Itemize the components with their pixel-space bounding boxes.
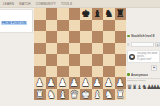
square-g3[interactable] — [103, 66, 115, 78]
opponent-name[interactable]: Stockfish level 8 — [131, 34, 155, 38]
square-e1[interactable]: ♚ — [80, 89, 92, 101]
square-c5[interactable] — [57, 43, 69, 55]
page: LEARNWATCHCOMMUNITYTOOLS FROM POSITION ♚… — [0, 0, 160, 106]
white-pawn[interactable]: ♟ — [58, 77, 67, 88]
square-a4[interactable] — [34, 54, 46, 66]
square-a7[interactable] — [34, 20, 46, 32]
white-king[interactable]: ♚ — [81, 89, 90, 100]
square-c3[interactable] — [57, 66, 69, 78]
right-panel: Stockfish level 8 ≡ ⇅ ♚ You play the whi… — [127, 8, 160, 106]
square-e8[interactable]: ♚ — [80, 8, 92, 20]
captured-pieces-tray: ♛♜♝♞♟♟♟♟♟♟♟♟ — [127, 82, 160, 91]
square-b1[interactable]: ♞ — [46, 89, 58, 101]
square-c1[interactable]: ♝ — [57, 89, 69, 101]
square-c2[interactable]: ♟ — [57, 77, 69, 89]
square-h6[interactable] — [115, 31, 127, 43]
square-c6[interactable] — [57, 31, 69, 43]
square-d3[interactable] — [69, 66, 81, 78]
white-queen[interactable]: ♛ — [70, 89, 79, 100]
square-d8[interactable] — [69, 8, 81, 20]
square-a2[interactable]: ♟ — [34, 77, 46, 89]
white-knight[interactable]: ♞ — [104, 89, 113, 100]
square-d6[interactable] — [69, 31, 81, 43]
square-h3[interactable] — [115, 66, 127, 78]
left-panel: FROM POSITION — [0, 9, 33, 33]
square-b2[interactable]: ♟ — [46, 77, 58, 89]
square-h4[interactable] — [115, 54, 127, 66]
square-e3[interactable] — [80, 66, 92, 78]
chess-board[interactable]: ♚♝♞♜♟♟♟♟♟♟♟♟♜♞♝♛♚♝♞♜ — [34, 8, 126, 100]
square-h2[interactable]: ♟ — [115, 77, 127, 89]
square-h8[interactable]: ♜ — [115, 8, 127, 20]
square-g7[interactable] — [103, 20, 115, 32]
black-bishop[interactable]: ♝ — [93, 8, 102, 19]
white-pawn[interactable]: ♟ — [81, 77, 90, 88]
black-king[interactable]: ♚ — [81, 8, 90, 19]
square-f8[interactable]: ♝ — [92, 8, 104, 20]
white-pawn[interactable]: ♟ — [47, 77, 56, 88]
white-pawn[interactable]: ♟ — [70, 77, 79, 88]
white-pawn[interactable]: ♟ — [104, 77, 113, 88]
square-b5[interactable] — [46, 43, 58, 55]
square-c4[interactable] — [57, 54, 69, 66]
player-name[interactable]: Anonymous — [131, 73, 148, 77]
square-b3[interactable] — [46, 66, 58, 78]
square-f1[interactable]: ♝ — [92, 89, 104, 101]
opponent-row: Stockfish level 8 — [127, 33, 160, 39]
black-knight[interactable]: ♞ — [104, 8, 113, 19]
square-b7[interactable] — [46, 20, 58, 32]
player-row: Anonymous — [127, 72, 160, 77]
square-h1[interactable]: ♜ — [115, 89, 127, 101]
square-d4[interactable] — [69, 54, 81, 66]
square-f6[interactable] — [92, 31, 104, 43]
square-a5[interactable] — [34, 43, 46, 55]
square-f7[interactable] — [92, 20, 104, 32]
square-g8[interactable]: ♞ — [103, 8, 115, 20]
black-king-icon: ♚ — [129, 54, 135, 60]
square-d2[interactable]: ♟ — [69, 77, 81, 89]
square-f5[interactable] — [92, 43, 104, 55]
captured-piece-icon: ♟ — [158, 83, 160, 91]
move-list[interactable] — [131, 42, 154, 47]
square-g1[interactable]: ♞ — [103, 89, 115, 101]
square-e7[interactable] — [80, 20, 92, 32]
flip-board-button[interactable]: ⇅ — [155, 42, 160, 47]
game-message-card: ♚ You play the white pieces. It's your t… — [127, 50, 160, 63]
square-b4[interactable] — [46, 54, 58, 66]
square-f3[interactable] — [92, 66, 104, 78]
nav-item-watch[interactable]: WATCH — [19, 2, 31, 6]
move-controls: ≡ ⇅ — [127, 41, 160, 48]
square-e5[interactable] — [80, 43, 92, 55]
white-knight[interactable]: ♞ — [47, 89, 56, 100]
square-c8[interactable] — [57, 8, 69, 20]
square-e2[interactable]: ♟ — [80, 77, 92, 89]
online-indicator-icon — [127, 73, 130, 76]
white-rook[interactable]: ♜ — [116, 89, 125, 100]
square-f2[interactable]: ♟ — [92, 77, 104, 89]
square-f4[interactable] — [92, 54, 104, 66]
white-bishop[interactable]: ♝ — [93, 89, 102, 100]
square-g4[interactable] — [103, 54, 115, 66]
square-e6[interactable] — [80, 31, 92, 43]
square-e4[interactable] — [80, 54, 92, 66]
square-d7[interactable] — [69, 20, 81, 32]
game-message-line2: It's your turn! — [137, 58, 152, 61]
square-c7[interactable] — [57, 20, 69, 32]
square-b8[interactable] — [46, 8, 58, 20]
nav-item-tools[interactable]: TOOLS — [61, 2, 72, 6]
square-g6[interactable] — [103, 31, 115, 43]
square-b6[interactable] — [46, 31, 58, 43]
game-message-line1: You play the white pieces. — [137, 52, 158, 58]
highlighted-text[interactable]: FROM POSITION — [1, 21, 27, 25]
resign-button[interactable]: ⚑ — [151, 65, 157, 71]
nav-item-community[interactable]: COMMUNITY — [36, 2, 56, 6]
nav-item-learn[interactable]: LEARN — [3, 2, 14, 6]
white-pawn[interactable]: ♟ — [93, 77, 102, 88]
square-a6[interactable] — [34, 31, 46, 43]
square-d5[interactable] — [69, 43, 81, 55]
square-g2[interactable]: ♟ — [103, 77, 115, 89]
white-pawn[interactable]: ♟ — [116, 77, 125, 88]
menu-icon[interactable]: ≡ — [127, 42, 129, 47]
black-rook[interactable]: ♜ — [116, 8, 125, 19]
square-a1[interactable]: ♜ — [34, 89, 46, 101]
square-a8[interactable] — [34, 8, 46, 20]
square-g5[interactable] — [103, 43, 115, 55]
top-nav: LEARNWATCHCOMMUNITYTOOLS — [0, 0, 160, 8]
online-indicator-icon — [127, 35, 130, 38]
game-message: You play the white pieces. It's your tur… — [137, 52, 159, 62]
square-h7[interactable] — [115, 20, 127, 32]
square-h5[interactable] — [115, 43, 127, 55]
white-pawn[interactable]: ♟ — [35, 77, 44, 88]
white-rook[interactable]: ♜ — [35, 89, 44, 100]
square-a3[interactable] — [34, 66, 46, 78]
square-d1[interactable]: ♛ — [69, 89, 81, 101]
white-bishop[interactable]: ♝ — [58, 89, 67, 100]
